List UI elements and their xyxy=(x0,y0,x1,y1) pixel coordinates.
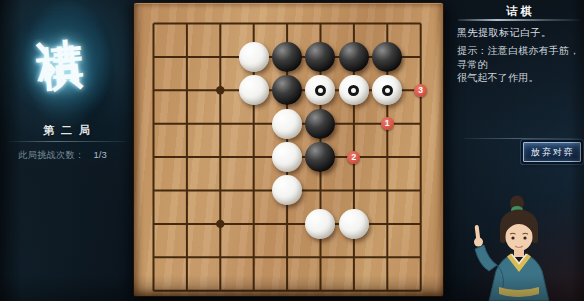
sidebar-divider xyxy=(8,141,126,142)
black-stone-6-4 xyxy=(305,109,335,139)
move-marker-2: 2 xyxy=(347,151,360,164)
game-screen: 诘棋 第二局 此局挑战次数： 1/3 123 诘棋 黑先提取标记白子。 提示：注… xyxy=(0,0,584,301)
panel-title: 诘棋 xyxy=(456,4,582,19)
attempts-label: 此局挑战次数： xyxy=(18,149,85,162)
white-stone-7-3 xyxy=(339,75,369,105)
hint-line-1: 提示：注意白棋亦有手筋，寻常的 xyxy=(457,44,584,71)
black-stone-8-2 xyxy=(372,42,402,72)
board-grid: 123 xyxy=(137,7,438,301)
white-stone-8-3 xyxy=(372,75,402,105)
calligraphy-glow xyxy=(22,0,112,128)
white-stone-6-3 xyxy=(305,75,335,105)
character-girl-illustration xyxy=(455,195,584,301)
go-board[interactable]: 123 xyxy=(133,2,444,297)
move-marker-3: 3 xyxy=(414,84,427,97)
black-stone-5-3 xyxy=(272,75,302,105)
move-marker-1: 1 xyxy=(381,117,394,130)
white-stone-5-5 xyxy=(272,142,302,172)
attempts-value: 1/3 xyxy=(94,149,107,160)
white-stone-6-7 xyxy=(305,209,335,239)
attempts-row: 此局挑战次数： 1/3 xyxy=(18,149,107,162)
round-label: 第二局 xyxy=(0,123,133,138)
circle-mark xyxy=(348,85,359,96)
objective-text: 黑先提取标记白子。 xyxy=(457,26,583,40)
give-up-button[interactable]: 放弃对弈 xyxy=(523,142,581,162)
white-stone-5-4 xyxy=(272,109,302,139)
black-stone-7-2 xyxy=(339,42,369,72)
circle-mark xyxy=(382,85,393,96)
white-stone-7-7 xyxy=(339,209,369,239)
white-stone-4-2 xyxy=(239,42,269,72)
circle-mark xyxy=(315,85,326,96)
black-stone-6-2 xyxy=(305,42,335,72)
white-stone-4-3 xyxy=(239,75,269,105)
hint-text: 提示：注意白棋亦有手筋，寻常的 很气起不了作用。 xyxy=(457,44,584,85)
black-stone-5-2 xyxy=(272,42,302,72)
hint-line-2: 很气起不了作用。 xyxy=(457,71,584,85)
black-stone-6-5 xyxy=(305,142,335,172)
white-stone-5-6 xyxy=(272,175,302,205)
panel-divider xyxy=(464,138,580,139)
panel-title-underline xyxy=(458,19,580,21)
sidebar: 诘棋 第二局 此局挑战次数： 1/3 xyxy=(0,0,133,301)
